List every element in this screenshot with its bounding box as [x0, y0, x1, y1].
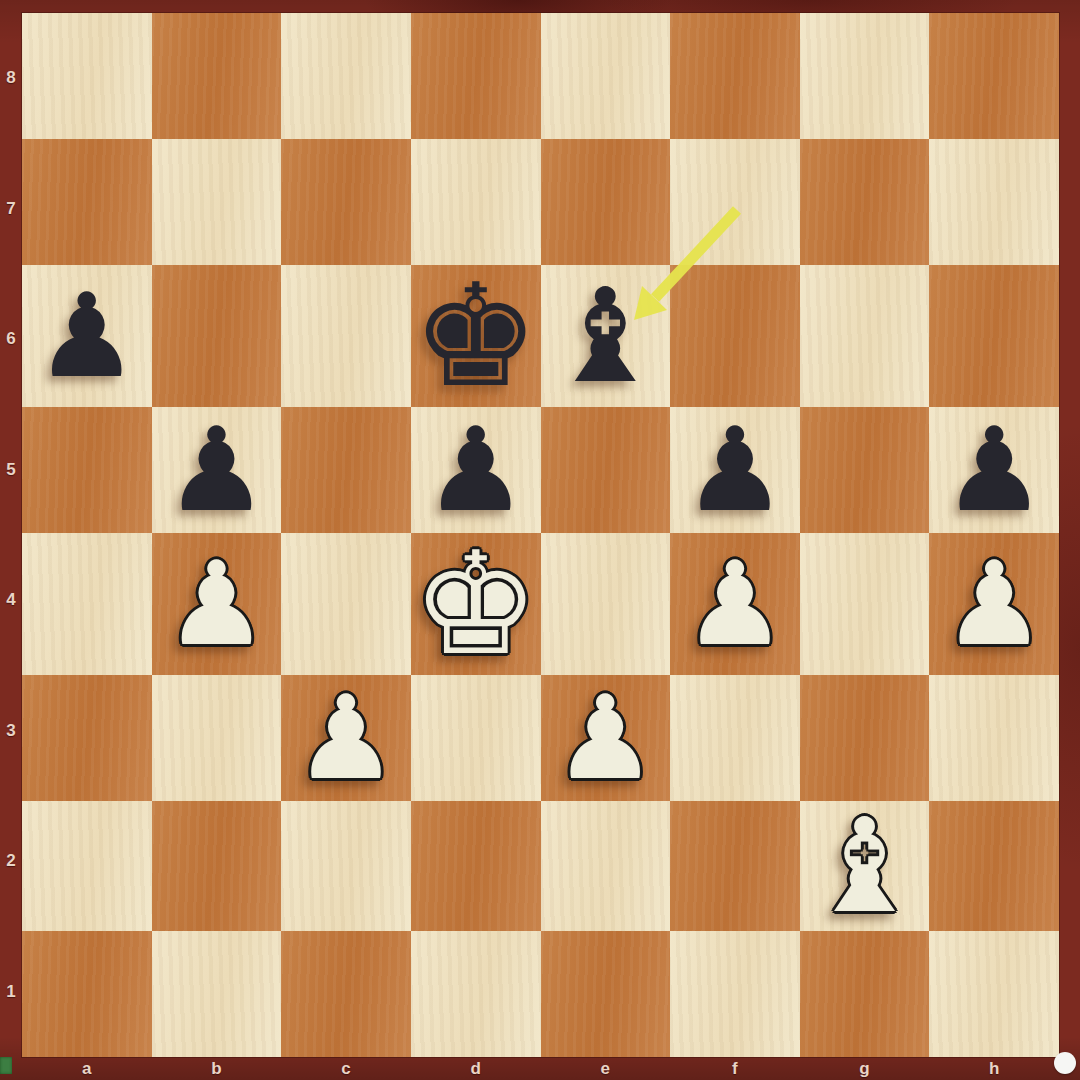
black-pawn-b5[interactable]: ♟ — [164, 412, 268, 528]
file-label-g: g — [800, 1057, 930, 1080]
rank-label-8: 8 — [0, 13, 22, 144]
square-a8[interactable] — [22, 13, 152, 139]
square-c8[interactable] — [281, 13, 411, 139]
file-label-c: c — [281, 1057, 411, 1080]
square-h8[interactable] — [929, 13, 1059, 139]
black-pawn-h5[interactable]: ♟ — [942, 412, 1046, 528]
square-b6[interactable] — [152, 265, 282, 407]
square-h3[interactable] — [929, 675, 1059, 801]
rank-label-7: 7 — [0, 144, 22, 275]
white-bishop-g2[interactable]: ♝ — [806, 801, 923, 931]
chess-board: ♟♚♝♟♟♟♟♟♚♟♟♟♟♝ — [22, 13, 1059, 1057]
corner-marker — [0, 1057, 12, 1074]
rank-label-2: 2 — [0, 796, 22, 927]
square-d4[interactable]: ♚ — [411, 533, 541, 675]
square-e7[interactable] — [541, 139, 671, 265]
square-a6[interactable]: ♟ — [22, 265, 152, 407]
square-a5[interactable] — [22, 407, 152, 533]
square-f7[interactable] — [670, 139, 800, 265]
square-a4[interactable] — [22, 533, 152, 675]
square-e6[interactable]: ♝ — [541, 265, 671, 407]
file-label-e: e — [541, 1057, 671, 1080]
rank-label-6: 6 — [0, 274, 22, 405]
square-e1[interactable] — [541, 931, 671, 1057]
square-a7[interactable] — [22, 139, 152, 265]
rank-label-3: 3 — [0, 666, 22, 797]
square-g2[interactable]: ♝ — [800, 801, 930, 931]
square-d8[interactable] — [411, 13, 541, 139]
square-f8[interactable] — [670, 13, 800, 139]
square-g4[interactable] — [800, 533, 930, 675]
rank-labels: 8 7 6 5 4 3 2 1 — [0, 13, 22, 1057]
square-g6[interactable] — [800, 265, 930, 407]
square-c6[interactable] — [281, 265, 411, 407]
square-h2[interactable] — [929, 801, 1059, 931]
square-c1[interactable] — [281, 931, 411, 1057]
square-e3[interactable]: ♟ — [541, 675, 671, 801]
square-h4[interactable]: ♟ — [929, 533, 1059, 675]
square-c5[interactable] — [281, 407, 411, 533]
square-a1[interactable] — [22, 931, 152, 1057]
square-d5[interactable]: ♟ — [411, 407, 541, 533]
square-b5[interactable]: ♟ — [152, 407, 282, 533]
square-b4[interactable]: ♟ — [152, 533, 282, 675]
white-pawn-b4[interactable]: ♟ — [164, 546, 268, 662]
file-label-h: h — [929, 1057, 1059, 1080]
square-d2[interactable] — [411, 801, 541, 931]
file-label-f: f — [670, 1057, 800, 1080]
square-c4[interactable] — [281, 533, 411, 675]
square-h6[interactable] — [929, 265, 1059, 407]
file-label-a: a — [22, 1057, 152, 1080]
square-f4[interactable]: ♟ — [670, 533, 800, 675]
rank-label-4: 4 — [0, 535, 22, 666]
square-f2[interactable] — [670, 801, 800, 931]
black-pawn-f5[interactable]: ♟ — [683, 412, 787, 528]
square-b2[interactable] — [152, 801, 282, 931]
chess-app-window: ♟♚♝♟♟♟♟♟♚♟♟♟♟♝ 8 7 6 5 4 3 2 1 a b c d e… — [0, 0, 1080, 1080]
square-g7[interactable] — [800, 139, 930, 265]
square-d3[interactable] — [411, 675, 541, 801]
rank-label-5: 5 — [0, 405, 22, 536]
square-h7[interactable] — [929, 139, 1059, 265]
square-c3[interactable]: ♟ — [281, 675, 411, 801]
square-b1[interactable] — [152, 931, 282, 1057]
square-c7[interactable] — [281, 139, 411, 265]
file-label-b: b — [152, 1057, 282, 1080]
square-g8[interactable] — [800, 13, 930, 139]
black-pawn-d5[interactable]: ♟ — [424, 412, 528, 528]
rank-label-1: 1 — [0, 927, 22, 1058]
square-c2[interactable] — [281, 801, 411, 931]
square-b3[interactable] — [152, 675, 282, 801]
black-bishop-e6[interactable]: ♝ — [547, 271, 664, 401]
square-f6[interactable] — [670, 265, 800, 407]
file-label-d: d — [411, 1057, 541, 1080]
square-f3[interactable] — [670, 675, 800, 801]
square-a2[interactable] — [22, 801, 152, 931]
square-h5[interactable]: ♟ — [929, 407, 1059, 533]
square-f5[interactable]: ♟ — [670, 407, 800, 533]
square-h1[interactable] — [929, 931, 1059, 1057]
white-pawn-f4[interactable]: ♟ — [683, 546, 787, 662]
white-pawn-e3[interactable]: ♟ — [553, 680, 657, 796]
square-g1[interactable] — [800, 931, 930, 1057]
black-pawn-a6[interactable]: ♟ — [35, 278, 139, 394]
square-b7[interactable] — [152, 139, 282, 265]
square-b8[interactable] — [152, 13, 282, 139]
white-turn-indicator-dot — [1054, 1052, 1076, 1074]
square-d7[interactable] — [411, 139, 541, 265]
square-a3[interactable] — [22, 675, 152, 801]
square-e5[interactable] — [541, 407, 671, 533]
square-e2[interactable] — [541, 801, 671, 931]
white-pawn-h4[interactable]: ♟ — [942, 546, 1046, 662]
square-g3[interactable] — [800, 675, 930, 801]
black-king-d6[interactable]: ♚ — [412, 265, 539, 407]
white-king-d4[interactable]: ♚ — [412, 533, 539, 675]
square-e4[interactable] — [541, 533, 671, 675]
white-pawn-c3[interactable]: ♟ — [294, 680, 398, 796]
square-g5[interactable] — [800, 407, 930, 533]
file-labels: a b c d e f g h — [22, 1057, 1059, 1080]
square-f1[interactable] — [670, 931, 800, 1057]
square-e8[interactable] — [541, 13, 671, 139]
square-d1[interactable] — [411, 931, 541, 1057]
square-d6[interactable]: ♚ — [411, 265, 541, 407]
